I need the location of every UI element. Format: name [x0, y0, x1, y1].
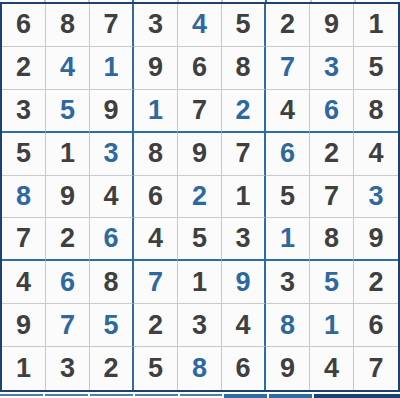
- cell-r3c7[interactable]: 4: [266, 90, 310, 133]
- cell-r4c5[interactable]: 9: [178, 133, 222, 176]
- cell-r5c1[interactable]: 8: [2, 176, 46, 219]
- cell-r9c4[interactable]: 5: [134, 347, 178, 390]
- cell-r6c8[interactable]: 8: [310, 218, 354, 261]
- cell-r7c1[interactable]: 4: [2, 261, 46, 304]
- cell-r7c9[interactable]: 2: [354, 261, 398, 304]
- cell-r2c5[interactable]: 6: [178, 47, 222, 90]
- cropped-row-below: [0, 394, 400, 398]
- cell-r7c6[interactable]: 9: [222, 261, 266, 304]
- cell-r4c8[interactable]: 2: [310, 133, 354, 176]
- cell-r5c9[interactable]: 3: [354, 176, 398, 219]
- cell-r4c4[interactable]: 8: [134, 133, 178, 176]
- cell-r5c8[interactable]: 7: [310, 176, 354, 219]
- cell-r9c5[interactable]: 8: [178, 347, 222, 390]
- cell-r6c7[interactable]: 1: [266, 218, 310, 261]
- cell-r9c9[interactable]: 7: [354, 347, 398, 390]
- cell-r2c7[interactable]: 7: [266, 47, 310, 90]
- cropped-cell: [45, 394, 88, 398]
- cell-r6c4[interactable]: 4: [134, 218, 178, 261]
- cell-r5c5[interactable]: 2: [178, 176, 222, 219]
- cell-r5c7[interactable]: 5: [266, 176, 310, 219]
- cell-r4c3[interactable]: 3: [90, 133, 134, 176]
- cropped-cell: [357, 394, 400, 398]
- cell-r7c3[interactable]: 8: [90, 261, 134, 304]
- cell-r1c3[interactable]: 7: [90, 4, 134, 47]
- cell-r2c8[interactable]: 3: [310, 47, 354, 90]
- cropped-cell: [314, 394, 357, 398]
- cropped-cell: [135, 394, 178, 398]
- cell-r9c7[interactable]: 9: [266, 347, 310, 390]
- cell-r8c4[interactable]: 2: [134, 304, 178, 347]
- cell-r2c9[interactable]: 5: [354, 47, 398, 90]
- cell-r4c6[interactable]: 7: [222, 133, 266, 176]
- cell-r6c1[interactable]: 7: [2, 218, 46, 261]
- cell-r9c3[interactable]: 2: [90, 347, 134, 390]
- cell-r7c7[interactable]: 3: [266, 261, 310, 304]
- cell-r8c8[interactable]: 1: [310, 304, 354, 347]
- cell-r6c2[interactable]: 2: [46, 218, 90, 261]
- cell-r2c6[interactable]: 8: [222, 47, 266, 90]
- cell-r2c2[interactable]: 4: [46, 47, 90, 90]
- cell-r1c9[interactable]: 1: [354, 4, 398, 47]
- cell-r2c1[interactable]: 2: [2, 47, 46, 90]
- cropped-cell: [224, 394, 267, 398]
- cell-r8c5[interactable]: 3: [178, 304, 222, 347]
- cell-r2c3[interactable]: 1: [90, 47, 134, 90]
- cell-r7c5[interactable]: 1: [178, 261, 222, 304]
- cell-r9c6[interactable]: 6: [222, 347, 266, 390]
- cell-r3c3[interactable]: 9: [90, 90, 134, 133]
- cell-r5c2[interactable]: 9: [46, 176, 90, 219]
- cell-r5c3[interactable]: 4: [90, 176, 134, 219]
- cell-r9c2[interactable]: 3: [46, 347, 90, 390]
- cell-r3c2[interactable]: 5: [46, 90, 90, 133]
- cell-r5c6[interactable]: 1: [222, 176, 266, 219]
- cell-r2c4[interactable]: 9: [134, 47, 178, 90]
- cell-r3c6[interactable]: 2: [222, 90, 266, 133]
- cropped-cell: [0, 394, 43, 398]
- cell-r6c5[interactable]: 5: [178, 218, 222, 261]
- cropped-cell: [269, 394, 312, 398]
- cell-r1c1[interactable]: 6: [2, 4, 46, 47]
- cell-r3c9[interactable]: 8: [354, 90, 398, 133]
- cell-r8c2[interactable]: 7: [46, 304, 90, 347]
- cell-r8c7[interactable]: 8: [266, 304, 310, 347]
- cell-r9c1[interactable]: 1: [2, 347, 46, 390]
- cell-r7c4[interactable]: 7: [134, 261, 178, 304]
- cropped-cell: [90, 394, 133, 398]
- cell-r1c5[interactable]: 4: [178, 4, 222, 47]
- cell-r8c3[interactable]: 5: [90, 304, 134, 347]
- cell-r3c5[interactable]: 7: [178, 90, 222, 133]
- cell-r6c3[interactable]: 6: [90, 218, 134, 261]
- cell-r1c2[interactable]: 8: [46, 4, 90, 47]
- cell-r4c2[interactable]: 1: [46, 133, 90, 176]
- cell-r8c6[interactable]: 4: [222, 304, 266, 347]
- sudoku-board: 6873452912419687353591724685138976248946…: [0, 2, 400, 392]
- cell-r3c4[interactable]: 1: [134, 90, 178, 133]
- cell-r1c6[interactable]: 5: [222, 4, 266, 47]
- cell-r7c8[interactable]: 5: [310, 261, 354, 304]
- cell-r7c2[interactable]: 6: [46, 261, 90, 304]
- cell-r6c6[interactable]: 3: [222, 218, 266, 261]
- cell-r3c1[interactable]: 3: [2, 90, 46, 133]
- cell-r5c4[interactable]: 6: [134, 176, 178, 219]
- cell-r4c9[interactable]: 4: [354, 133, 398, 176]
- cell-r1c4[interactable]: 3: [134, 4, 178, 47]
- cell-r4c1[interactable]: 5: [2, 133, 46, 176]
- cropped-cell: [180, 394, 223, 398]
- cell-r1c8[interactable]: 9: [310, 4, 354, 47]
- cell-r8c9[interactable]: 6: [354, 304, 398, 347]
- cell-r4c7[interactable]: 6: [266, 133, 310, 176]
- cell-r8c1[interactable]: 9: [2, 304, 46, 347]
- cell-r3c8[interactable]: 6: [310, 90, 354, 133]
- cropped-row-above: [0, 0, 400, 2]
- cell-r6c9[interactable]: 9: [354, 218, 398, 261]
- cell-r9c8[interactable]: 4: [310, 347, 354, 390]
- cell-r1c7[interactable]: 2: [266, 4, 310, 47]
